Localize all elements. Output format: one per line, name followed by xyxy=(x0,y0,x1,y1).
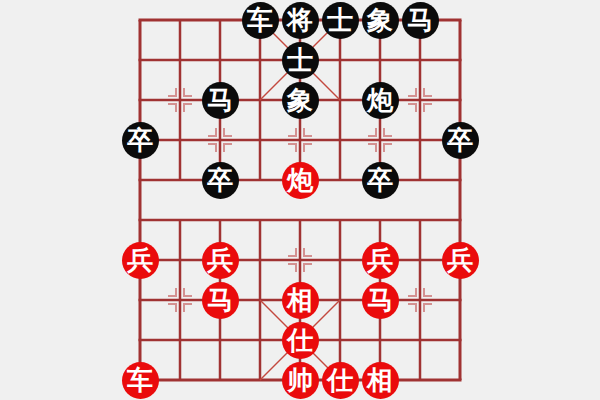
piece-black-pawn[interactable]: 卒 xyxy=(362,162,399,199)
piece-black-general[interactable]: 将 xyxy=(282,2,319,39)
piece-red-pawn[interactable]: 兵 xyxy=(442,242,479,279)
piece-red-pawn[interactable]: 兵 xyxy=(202,242,239,279)
piece-red-elephant[interactable]: 相 xyxy=(282,282,319,319)
piece-black-horse[interactable]: 马 xyxy=(402,2,439,39)
piece-red-general[interactable]: 帅 xyxy=(282,362,319,399)
piece-red-chariot[interactable]: 车 xyxy=(122,362,159,399)
piece-red-pawn[interactable]: 兵 xyxy=(362,242,399,279)
piece-black-elephant[interactable]: 象 xyxy=(282,82,319,119)
piece-black-cannon[interactable]: 炮 xyxy=(362,82,399,119)
piece-black-elephant[interactable]: 象 xyxy=(362,2,399,39)
piece-red-pawn[interactable]: 兵 xyxy=(122,242,159,279)
piece-black-chariot[interactable]: 车 xyxy=(242,2,279,39)
piece-black-pawn[interactable]: 卒 xyxy=(442,122,479,159)
piece-red-horse[interactable]: 马 xyxy=(202,282,239,319)
xiangqi-board[interactable]: 车将士象马士马象炮卒卒卒卒炮兵兵兵兵马相马仕车帅仕相 xyxy=(120,0,480,400)
piece-red-horse[interactable]: 马 xyxy=(362,282,399,319)
piece-black-advisor[interactable]: 士 xyxy=(282,42,319,79)
xiangqi-screenshot: 车将士象马士马象炮卒卒卒卒炮兵兵兵兵马相马仕车帅仕相 xyxy=(0,0,600,400)
piece-red-elephant[interactable]: 相 xyxy=(362,362,399,399)
piece-black-advisor[interactable]: 士 xyxy=(322,2,359,39)
piece-red-advisor[interactable]: 仕 xyxy=(282,322,319,359)
piece-black-pawn[interactable]: 卒 xyxy=(122,122,159,159)
piece-red-advisor[interactable]: 仕 xyxy=(322,362,359,399)
piece-black-horse[interactable]: 马 xyxy=(202,82,239,119)
piece-black-pawn[interactable]: 卒 xyxy=(202,162,239,199)
piece-red-cannon[interactable]: 炮 xyxy=(282,162,319,199)
